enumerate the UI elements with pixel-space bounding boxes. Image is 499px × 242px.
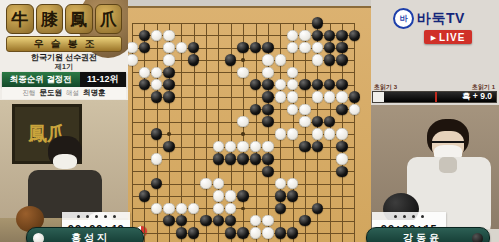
black-stone [336,79,347,90]
white-winrate-segment [373,92,384,102]
broadcast-frame: 牛膝鳳爪 우슬봉조 한국기원 선수권전 제1기 최종순위 결정전 11-12위 … [0,0,499,242]
white-stone [237,67,248,78]
go-board [128,0,371,242]
black-stone [262,91,273,102]
black-stone [139,190,150,201]
black-stone [324,54,335,65]
white-stone [275,91,286,102]
byoyomi-dot [86,215,89,218]
right-byoyomi-dots [372,212,446,220]
black-stone [188,42,199,53]
match-rank: 11-12위 [80,72,127,87]
black-stone [176,227,187,238]
white-stone [262,215,273,226]
white-stone [262,54,273,65]
white-stone [262,227,273,238]
white-stone [275,128,286,139]
black-stone [237,42,248,53]
black-stone [299,141,310,152]
black-stone [324,42,335,53]
live-badge: ▶ LIVE [424,30,472,44]
black-stone [336,141,347,152]
ai-score-labels: 초읽기 3 초읽기 1 [372,83,497,91]
black-stone [262,116,273,127]
left-byoyomi-dots [62,212,130,220]
star-point [241,207,244,210]
black-stone [336,54,347,65]
black-stone [262,166,273,177]
black-stone [349,30,360,41]
ai-winrate-bar: 흑 + 9.0 [372,91,497,103]
star-point [167,132,170,135]
black-stone [225,215,236,226]
white-stone [336,91,347,102]
white-stone [225,203,236,214]
white-stone [151,67,162,78]
white-stone [213,178,224,189]
white-stone [128,54,138,65]
white-stone [213,190,224,201]
black-stone [151,178,162,189]
white-stone [287,30,298,41]
black-stone [237,227,248,238]
white-stone [287,67,298,78]
white-stone [275,178,286,189]
white-stone [163,30,174,41]
black-stone [287,227,298,238]
black-stone [163,215,174,226]
white-stone [128,42,138,53]
event-logo-hanja-row: 牛膝鳳爪 [6,4,122,34]
white-stone [200,178,211,189]
black-stone [176,215,187,226]
event-logo-hangul-banner: 우슬봉조 [6,36,122,52]
white-stone [287,178,298,189]
live-label: LIVE [439,32,465,43]
black-stone [250,153,261,164]
black-stone [312,116,323,127]
black-stone [262,104,273,115]
white-stone [163,203,174,214]
white-stone [262,67,273,78]
ai-score-block: 초읽기 3 초읽기 1 흑 + 9.0 [372,83,497,103]
black-stone [275,227,286,238]
grid-line [354,23,355,242]
ai-score-text: 흑 + 9.0 [462,92,492,102]
black-stone [336,30,347,41]
black-stone [336,104,347,115]
black-stone-icon [472,233,483,242]
white-stone [188,203,199,214]
black-stone [163,67,174,78]
white-stone [250,141,261,152]
black-stone [275,203,286,214]
white-stone [299,42,310,53]
white-stone [287,79,298,90]
white-stone [213,141,224,152]
black-stone [324,79,335,90]
black-stone [225,153,236,164]
black-stone [139,42,150,53]
grid-line [132,184,355,185]
black-stone [225,227,236,238]
black-stone [200,215,211,226]
black-stone [188,54,199,65]
byoyomi-dot [412,215,415,218]
event-logo-plaque: 牛膝鳳爪 우슬봉조 [6,4,122,52]
event-logo-hanja-char: 膝 [36,4,64,34]
commentator-label: 해설 [66,89,79,98]
black-stone [262,153,273,164]
black-stone [139,30,150,41]
black-stone [139,79,150,90]
left-player-mask [53,154,77,169]
black-stone [250,104,261,115]
event-logo-hanja-char: 爪 [95,4,123,34]
byoyomi-dot [421,215,424,218]
white-stone [225,141,236,152]
black-stone [299,215,310,226]
right-player-name: 강동윤 [373,231,472,242]
byoyomi-right-label: 초읽기 1 [472,83,495,91]
white-stone [151,203,162,214]
white-stone [336,128,347,139]
white-stone [176,203,187,214]
black-stone [163,79,174,90]
right-player-nameplate: 강동윤 [366,227,490,242]
white-stone [299,104,310,115]
white-stone [139,67,150,78]
channel-name: 바둑TV [417,10,465,28]
black-stone [237,190,248,201]
black-stone [225,54,236,65]
black-stone [163,91,174,102]
white-stone [250,227,261,238]
grid-line [132,171,355,172]
left-player-nameplate: 홍성지 [26,227,144,242]
white-stone [225,190,236,201]
black-stone [299,79,310,90]
staff-bar: 진행 문도원 해설 최명훈 [2,87,126,99]
bar-center-tick [435,92,437,102]
match-stage: 최종순위 결정전 [2,72,80,87]
right-player-collar [439,157,457,173]
white-stone-icon [33,233,44,242]
event-edition: 제1기 [0,62,128,72]
black-stone [213,215,224,226]
black-stone [262,79,273,90]
white-stone [312,91,323,102]
white-stone [163,54,174,65]
white-stone [151,79,162,90]
black-stone [287,190,298,201]
white-stone [312,54,323,65]
black-stone [349,91,360,102]
byoyomi-dot [394,215,397,218]
white-stone [299,116,310,127]
black-stone [213,153,224,164]
black-stone [250,42,261,53]
black-stone [336,42,347,53]
black-stone [275,190,286,201]
white-stone [336,153,347,164]
mc-label: 진행 [23,89,36,98]
white-stone [324,91,335,102]
white-stone [176,42,187,53]
white-stone [287,104,298,115]
black-stone [324,116,335,127]
event-logo-hanja-char: 鳳 [65,4,93,34]
white-stone [163,42,174,53]
white-stone [312,128,323,139]
black-stone [324,30,335,41]
channel-roundel-icon: 바 [393,8,414,29]
black-stone [188,227,199,238]
white-stone [287,42,298,53]
black-stone [237,153,248,164]
white-stone [151,30,162,41]
byoyomi-dot [403,215,406,218]
white-stone [299,30,310,41]
live-arrow-icon: ▶ [431,34,436,41]
match-info-bar: 최종순위 결정전 11-12위 [2,72,126,87]
channel-logo: 바 바둑TV [393,8,465,29]
byoyomi-dot [113,215,116,218]
black-stone [312,79,323,90]
white-stone [287,128,298,139]
byoyomi-dot [77,215,80,218]
star-point [241,132,244,135]
board-top-edge [128,0,371,8]
white-stone [237,141,248,152]
commentator-name: 최명훈 [83,88,106,98]
black-stone [312,203,323,214]
white-stone [349,104,360,115]
white-stone [275,79,286,90]
white-stone [151,153,162,164]
white-stone [312,42,323,53]
mc-name: 문도원 [40,88,63,98]
black-stone [151,128,162,139]
white-stone [324,128,335,139]
black-stone [312,17,323,28]
black-stone [151,91,162,102]
left-player-name: 홍성지 [44,231,137,242]
white-stone [237,116,248,127]
byoyomi-dot [104,215,107,218]
black-stone [312,30,323,41]
black-stone [312,141,323,152]
left-info-panel: 牛膝鳳爪 우슬봉조 한국기원 선수권전 제1기 최종순위 결정전 11-12위 … [0,0,128,100]
byoyomi-dot [95,215,98,218]
white-stone [275,54,286,65]
white-stone [262,141,273,152]
event-logo-hanja-char: 牛 [6,4,34,34]
white-stone [213,203,224,214]
white-stone [250,215,261,226]
byoyomi-left-label: 초읽기 3 [374,83,397,91]
black-stone [250,79,261,90]
star-point [241,58,244,61]
white-stone [287,91,298,102]
black-stone [336,166,347,177]
black-stone [163,141,174,152]
black-stone [262,42,273,53]
